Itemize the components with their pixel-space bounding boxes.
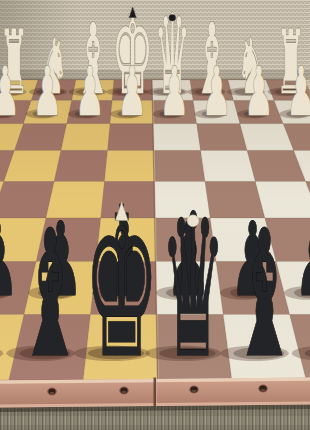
white-pawn-glyph: ♟ [33, 52, 63, 132]
piece-black-n-g8: ♞ [0, 228, 5, 388]
piece-black-b-f8: ♝ [6, 193, 84, 397]
pieces-layer: ♜♞♝♛♚♝♞♜♟♟♟♟♟♟♟♟♟♟♟♟♟♟♞♝♛♚♝♞ [0, 0, 310, 404]
white-pawn-glyph: ♟ [75, 52, 105, 132]
white-pawn-glyph: ♟ [117, 52, 147, 132]
white-pawn-glyph: ♟ [286, 52, 310, 132]
black-bishop-glyph: ♝ [231, 193, 298, 397]
board-box-edge [0, 378, 310, 413]
piece-black-k-e8: ♚ [74, 164, 159, 404]
white-pawn-glyph: ♟ [159, 52, 189, 132]
box-halves-gap [154, 378, 157, 407]
black-queen-glyph: ♛ [160, 171, 226, 402]
white-queen-finial [169, 14, 176, 21]
black-queen-finial [187, 215, 199, 227]
black-bishop-glyph: ♝ [17, 193, 84, 397]
black-knight-glyph: ♞ [309, 228, 310, 388]
photo-chess-scene: ♜♞♝♛♚♝♞♜♟♟♟♟♟♟♟♟♟♟♟♟♟♟♞♝♛♚♝♞ [0, 0, 310, 430]
black-king-glyph: ♚ [84, 164, 159, 404]
white-pawn-glyph: ♟ [244, 52, 274, 132]
black-knight-glyph: ♞ [0, 228, 5, 388]
white-pawn-glyph: ♟ [0, 52, 20, 132]
chess-board-photo: ♜♞♝♛♚♝♞♜♟♟♟♟♟♟♟♟♟♟♟♟♟♟♞♝♛♚♝♞ [0, 0, 310, 430]
piece-black-b-c8: ♝ [220, 193, 298, 397]
white-pawn-glyph: ♟ [202, 52, 232, 132]
piece-white-p-h2: ♟ [0, 52, 20, 132]
